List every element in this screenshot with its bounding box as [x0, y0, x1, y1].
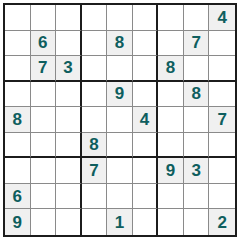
cell-r1c1[interactable]: [5, 5, 31, 31]
cell-r1c3[interactable]: [56, 5, 82, 31]
cell-r9c2[interactable]: [31, 209, 57, 235]
cell-r2c2[interactable]: 6: [31, 31, 57, 57]
cell-r4c4[interactable]: [82, 82, 108, 108]
cell-r6c4[interactable]: 8: [82, 133, 108, 159]
cell-r2c7[interactable]: [158, 31, 184, 57]
cell-r3c3[interactable]: 3: [56, 56, 82, 82]
cell-r8c6[interactable]: [133, 184, 159, 210]
cell-r8c8[interactable]: [184, 184, 210, 210]
cell-r7c7[interactable]: 9: [158, 158, 184, 184]
cell-r8c3[interactable]: [56, 184, 82, 210]
cell-r2c8[interactable]: 7: [184, 31, 210, 57]
cell-r5c1[interactable]: 8: [5, 107, 31, 133]
cell-r4c7[interactable]: [158, 82, 184, 108]
cell-r6c3[interactable]: [56, 133, 82, 159]
cell-r4c1[interactable]: [5, 82, 31, 108]
cell-r1c8[interactable]: [184, 5, 210, 31]
cell-r5c3[interactable]: [56, 107, 82, 133]
cell-r1c9[interactable]: 4: [209, 5, 235, 31]
cell-r7c4[interactable]: 7: [82, 158, 108, 184]
cell-r8c7[interactable]: [158, 184, 184, 210]
cell-r1c7[interactable]: [158, 5, 184, 31]
cell-r7c8[interactable]: 3: [184, 158, 210, 184]
cell-r3c5[interactable]: [107, 56, 133, 82]
cell-r5c9[interactable]: 7: [209, 107, 235, 133]
cell-r6c2[interactable]: [31, 133, 57, 159]
cell-r8c4[interactable]: [82, 184, 108, 210]
cell-r3c9[interactable]: [209, 56, 235, 82]
cell-r7c9[interactable]: [209, 158, 235, 184]
cell-r3c4[interactable]: [82, 56, 108, 82]
cell-r9c8[interactable]: [184, 209, 210, 235]
cell-r8c9[interactable]: [209, 184, 235, 210]
cell-r3c2[interactable]: 7: [31, 56, 57, 82]
cell-r1c4[interactable]: [82, 5, 108, 31]
cell-r2c4[interactable]: [82, 31, 108, 57]
cell-r2c6[interactable]: [133, 31, 159, 57]
cell-r3c8[interactable]: [184, 56, 210, 82]
cell-r4c5[interactable]: 9: [107, 82, 133, 108]
cell-r5c6[interactable]: 4: [133, 107, 159, 133]
cell-r9c5[interactable]: 1: [107, 209, 133, 235]
cell-r1c5[interactable]: [107, 5, 133, 31]
cell-r9c1[interactable]: 9: [5, 209, 31, 235]
cell-r5c2[interactable]: [31, 107, 57, 133]
cell-r7c5[interactable]: [107, 158, 133, 184]
cell-r8c5[interactable]: [107, 184, 133, 210]
cell-r4c8[interactable]: 8: [184, 82, 210, 108]
cell-r3c6[interactable]: [133, 56, 159, 82]
cell-r7c1[interactable]: [5, 158, 31, 184]
cell-r6c8[interactable]: [184, 133, 210, 159]
cell-r2c5[interactable]: 8: [107, 31, 133, 57]
cell-r4c3[interactable]: [56, 82, 82, 108]
cell-r2c3[interactable]: [56, 31, 82, 57]
cell-r6c6[interactable]: [133, 133, 159, 159]
cell-r3c1[interactable]: [5, 56, 31, 82]
cell-r5c7[interactable]: [158, 107, 184, 133]
cell-r7c3[interactable]: [56, 158, 82, 184]
cell-r7c6[interactable]: [133, 158, 159, 184]
cell-r9c6[interactable]: [133, 209, 159, 235]
cell-r4c2[interactable]: [31, 82, 57, 108]
cell-r1c6[interactable]: [133, 5, 159, 31]
cell-r1c2[interactable]: [31, 5, 57, 31]
cell-r9c9[interactable]: 2: [209, 209, 235, 235]
cell-r8c1[interactable]: 6: [5, 184, 31, 210]
cell-r6c7[interactable]: [158, 133, 184, 159]
cell-r9c7[interactable]: [158, 209, 184, 235]
cell-r4c6[interactable]: [133, 82, 159, 108]
cell-r6c1[interactable]: [5, 133, 31, 159]
cell-r6c5[interactable]: [107, 133, 133, 159]
cell-r9c3[interactable]: [56, 209, 82, 235]
cell-r4c9[interactable]: [209, 82, 235, 108]
cell-r6c9[interactable]: [209, 133, 235, 159]
cell-r5c4[interactable]: [82, 107, 108, 133]
cell-r7c2[interactable]: [31, 158, 57, 184]
cell-r3c7[interactable]: 8: [158, 56, 184, 82]
cell-r5c5[interactable]: [107, 107, 133, 133]
cell-r5c8[interactable]: [184, 107, 210, 133]
cell-r2c1[interactable]: [5, 31, 31, 57]
cell-r2c9[interactable]: [209, 31, 235, 57]
cell-r8c2[interactable]: [31, 184, 57, 210]
cell-r9c4[interactable]: [82, 209, 108, 235]
sudoku-board: 46877389884787936912: [3, 3, 237, 237]
